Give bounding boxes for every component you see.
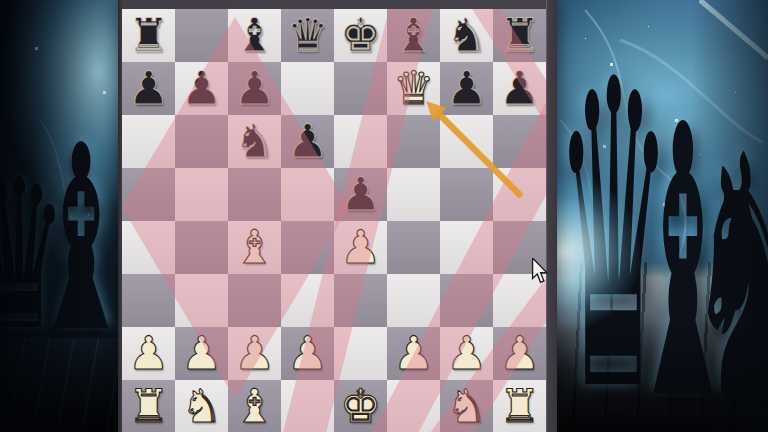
square-f8[interactable]: ♝ (387, 9, 440, 62)
square-e7[interactable] (334, 62, 387, 115)
square-f1[interactable] (387, 380, 440, 432)
square-b2[interactable]: ♟ (175, 327, 228, 380)
square-e8[interactable]: ♚ (334, 9, 387, 62)
square-d4[interactable] (281, 221, 334, 274)
piece-black-pawn: ♟ (493, 62, 546, 115)
square-c1[interactable]: ♝ (228, 380, 281, 432)
square-c6[interactable]: ♞ (228, 115, 281, 168)
piece-white-knight: ♞ (440, 380, 493, 432)
piece-white-pawn: ♟ (440, 327, 493, 380)
square-e1[interactable]: ♚ (334, 380, 387, 432)
square-c3[interactable] (228, 274, 281, 327)
piece-black-rook: ♜ (493, 9, 546, 62)
piece-black-pawn: ♟ (228, 62, 281, 115)
piece-black-bishop: ♝ (228, 9, 281, 62)
square-e6[interactable] (334, 115, 387, 168)
square-a1[interactable]: ♜ (122, 380, 175, 432)
square-g5[interactable] (440, 168, 493, 221)
square-c8[interactable]: ♝ (228, 9, 281, 62)
square-a8[interactable]: ♜ (122, 9, 175, 62)
chess-board: ♜♝♛♚♝♞♜♟♟♟♛♟♟♞♟♟♝♟♟♟♟♟♟♟♟♜♞♝♚♞♜ (122, 9, 546, 432)
square-c7[interactable]: ♟ (228, 62, 281, 115)
piece-white-queen: ♛ (387, 62, 440, 115)
square-h4[interactable] (493, 221, 546, 274)
piece-black-pawn: ♟ (281, 115, 334, 168)
piece-black-queen: ♛ (281, 9, 334, 62)
square-f4[interactable] (387, 221, 440, 274)
square-c2[interactable]: ♟ (228, 327, 281, 380)
square-g1[interactable]: ♞ (440, 380, 493, 432)
piece-black-pawn: ♟ (440, 62, 493, 115)
piece-black-knight: ♞ (440, 9, 493, 62)
square-a4[interactable] (122, 221, 175, 274)
square-g3[interactable] (440, 274, 493, 327)
square-f2[interactable]: ♟ (387, 327, 440, 380)
square-e3[interactable] (334, 274, 387, 327)
square-c4[interactable]: ♝ (228, 221, 281, 274)
square-h3[interactable] (493, 274, 546, 327)
square-d6[interactable]: ♟ (281, 115, 334, 168)
square-d8[interactable]: ♛ (281, 9, 334, 62)
piece-black-pawn: ♟ (122, 62, 175, 115)
piece-black-king: ♚ (334, 9, 387, 62)
frame-edge-highlight (546, 0, 547, 432)
square-a3[interactable] (122, 274, 175, 327)
square-g7[interactable]: ♟ (440, 62, 493, 115)
piece-white-pawn: ♟ (281, 327, 334, 380)
square-b1[interactable]: ♞ (175, 380, 228, 432)
square-d3[interactable] (281, 274, 334, 327)
board-frame: ♜♝♛♚♝♞♜♟♟♟♛♟♟♞♟♟♝♟♟♟♟♟♟♟♟♜♞♝♚♞♜ (118, 0, 557, 432)
piece-white-knight: ♞ (175, 380, 228, 432)
square-d5[interactable] (281, 168, 334, 221)
square-h6[interactable] (493, 115, 546, 168)
square-a7[interactable]: ♟ (122, 62, 175, 115)
piece-black-pawn: ♟ (175, 62, 228, 115)
square-b6[interactable] (175, 115, 228, 168)
square-d1[interactable] (281, 380, 334, 432)
square-e2[interactable] (334, 327, 387, 380)
square-b7[interactable]: ♟ (175, 62, 228, 115)
piece-white-king: ♚ (334, 380, 387, 432)
piece-white-pawn: ♟ (387, 327, 440, 380)
square-b3[interactable] (175, 274, 228, 327)
piece-white-bishop: ♝ (228, 221, 281, 274)
piece-white-pawn: ♟ (493, 327, 546, 380)
piece-white-pawn: ♟ (228, 327, 281, 380)
piece-black-knight: ♞ (228, 115, 281, 168)
square-d7[interactable] (281, 62, 334, 115)
square-e4[interactable]: ♟ (334, 221, 387, 274)
giant-knight-right: ♞ (685, 114, 768, 432)
piece-black-bishop: ♝ (387, 9, 440, 62)
piece-white-pawn: ♟ (122, 327, 175, 380)
giant-bishop-left: ♝ (29, 112, 127, 368)
square-g4[interactable] (440, 221, 493, 274)
square-h2[interactable]: ♟ (493, 327, 546, 380)
square-b8[interactable] (175, 9, 228, 62)
background-stars (0, 0, 1, 1)
square-c5[interactable] (228, 168, 281, 221)
piece-white-bishop: ♝ (228, 380, 281, 432)
square-h7[interactable]: ♟ (493, 62, 546, 115)
piece-white-pawn: ♟ (334, 221, 387, 274)
square-b4[interactable] (175, 221, 228, 274)
piece-white-rook: ♜ (122, 380, 175, 432)
square-f7[interactable]: ♛ (387, 62, 440, 115)
piece-white-pawn: ♟ (175, 327, 228, 380)
piece-black-pawn: ♟ (334, 168, 387, 221)
square-g8[interactable]: ♞ (440, 9, 493, 62)
scene: ♛ ♝ ♛ ♝ ♞ ♜♝♛♚♝♞♜♟♟♟♛♟♟♞♟♟♝♟♟♟♟♟♟♟♟♜♞♝♚♞… (0, 0, 768, 432)
square-a2[interactable]: ♟ (122, 327, 175, 380)
square-a6[interactable] (122, 115, 175, 168)
square-f5[interactable] (387, 168, 440, 221)
piece-white-rook: ♜ (493, 380, 546, 432)
square-a5[interactable] (122, 168, 175, 221)
square-g6[interactable] (440, 115, 493, 168)
square-f6[interactable] (387, 115, 440, 168)
square-e5[interactable]: ♟ (334, 168, 387, 221)
square-g2[interactable]: ♟ (440, 327, 493, 380)
square-h8[interactable]: ♜ (493, 9, 546, 62)
square-d2[interactable]: ♟ (281, 327, 334, 380)
piece-black-rook: ♜ (122, 9, 175, 62)
square-b5[interactable] (175, 168, 228, 221)
square-h1[interactable]: ♜ (493, 380, 546, 432)
square-f3[interactable] (387, 274, 440, 327)
square-h5[interactable] (493, 168, 546, 221)
